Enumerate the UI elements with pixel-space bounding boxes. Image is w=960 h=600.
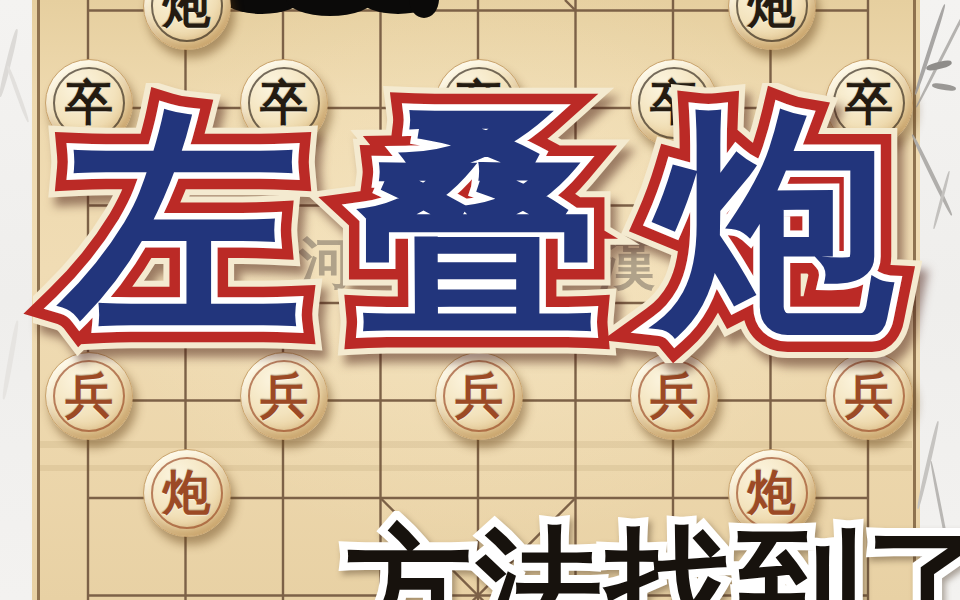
screenshot-stage: 河 漢 炮炮卒卒卒卒卒兵兵兵兵兵炮炮 左叠炮 左叠炮 左叠炮 左叠炮 方法找到了… (0, 0, 960, 600)
piece-glyph: 炮 (729, 0, 815, 49)
piece-black-soldier-f0r3[interactable]: 卒 (45, 59, 133, 147)
piece-black-soldier-f2r3[interactable]: 卒 (240, 59, 328, 147)
piece-glyph: 炮 (144, 450, 230, 536)
piece-glyph: 兵 (631, 353, 717, 439)
piece-glyph: 卒 (826, 60, 912, 146)
piece-glyph: 炮 (729, 450, 815, 536)
piece-red-cannon-f1r7[interactable]: 炮 (143, 449, 231, 537)
left-margin-panel (0, 0, 32, 600)
piece-red-soldier-f2r6[interactable]: 兵 (240, 352, 328, 440)
ink-art-stroke (930, 461, 954, 570)
river-label-he: 河 (298, 226, 354, 302)
piece-black-cannon-f7r2[interactable]: 炮 (728, 0, 816, 50)
piece-black-soldier-f6r3[interactable]: 卒 (630, 59, 718, 147)
piece-red-cannon-f7r7[interactable]: 炮 (728, 449, 816, 537)
piece-glyph: 兵 (826, 353, 912, 439)
piece-glyph: 卒 (631, 60, 717, 146)
piece-black-soldier-f4r3[interactable]: 卒 (435, 59, 523, 147)
right-margin-panel (920, 0, 960, 600)
piece-glyph: 卒 (241, 60, 327, 146)
piece-black-cannon-f1r2[interactable]: 炮 (143, 0, 231, 50)
piece-red-soldier-f0r6[interactable]: 兵 (45, 352, 133, 440)
ink-art-leaf (932, 82, 957, 92)
piece-glyph: 兵 (46, 353, 132, 439)
ink-art-leaf (926, 59, 953, 72)
ink-art-stroke (6, 65, 30, 123)
river-label-han: 漢 (599, 227, 655, 303)
ink-art-stroke (915, 0, 960, 108)
piece-glyph: 兵 (241, 353, 327, 439)
piece-glyph: 卒 (436, 60, 522, 146)
piece-glyph: 炮 (144, 0, 230, 49)
piece-red-soldier-f6r6[interactable]: 兵 (630, 352, 718, 440)
ink-art-stroke (1, 320, 20, 400)
piece-glyph: 卒 (46, 60, 132, 146)
piece-glyph: 兵 (436, 353, 522, 439)
piece-red-soldier-f4r6[interactable]: 兵 (435, 352, 523, 440)
piece-red-soldier-f8r6[interactable]: 兵 (825, 352, 913, 440)
piece-black-soldier-f8r3[interactable]: 卒 (825, 59, 913, 147)
